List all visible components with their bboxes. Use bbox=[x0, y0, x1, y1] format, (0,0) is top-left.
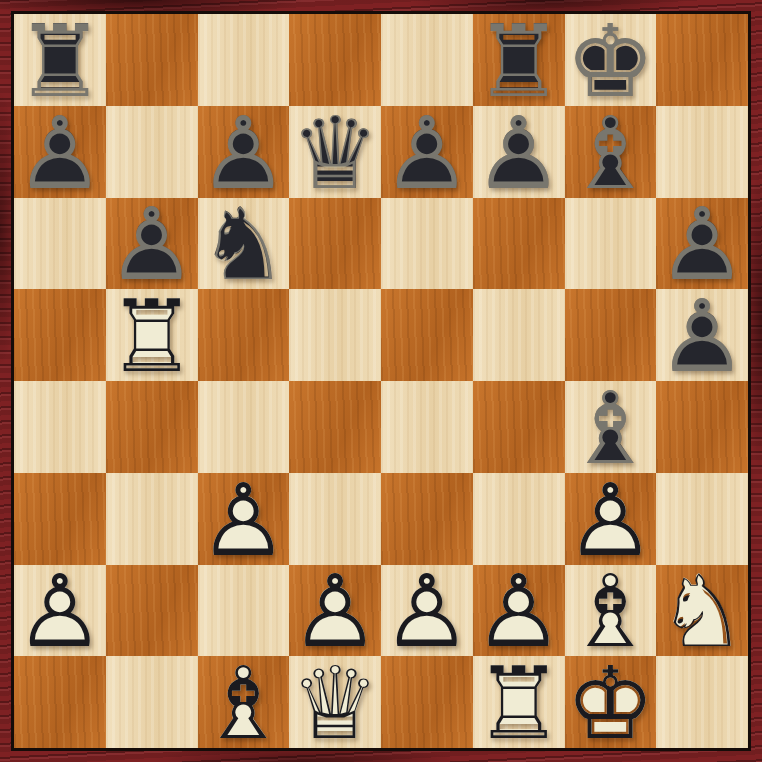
square-a3[interactable] bbox=[14, 473, 106, 565]
white-knight-detail-glyph: ♘ bbox=[656, 567, 748, 659]
square-d5[interactable] bbox=[289, 289, 381, 381]
white-rook-detail-glyph: ♖ bbox=[106, 291, 198, 383]
square-c2[interactable] bbox=[198, 565, 290, 657]
square-h3[interactable] bbox=[656, 473, 748, 565]
white-bishop[interactable]: ♝♗ bbox=[565, 565, 657, 657]
white-pawn[interactable]: ♟♙ bbox=[289, 565, 381, 657]
square-e8[interactable] bbox=[381, 14, 473, 106]
black-king[interactable]: ♚♔ bbox=[565, 14, 657, 106]
square-c4[interactable] bbox=[198, 381, 290, 473]
square-e6[interactable] bbox=[381, 198, 473, 290]
square-a4[interactable] bbox=[14, 381, 106, 473]
square-g5[interactable] bbox=[565, 289, 657, 381]
black-knight[interactable]: ♞♘ bbox=[198, 198, 290, 290]
square-e3[interactable] bbox=[381, 473, 473, 565]
square-f5[interactable] bbox=[473, 289, 565, 381]
black-knight-detail-glyph: ♘ bbox=[198, 200, 290, 292]
white-queen[interactable]: ♛♕ bbox=[289, 656, 381, 748]
black-rook[interactable]: ♜♖ bbox=[14, 14, 106, 106]
black-queen-detail-glyph: ♕ bbox=[289, 108, 381, 200]
white-bishop[interactable]: ♝♗ bbox=[198, 656, 290, 748]
square-f6[interactable] bbox=[473, 198, 565, 290]
square-h2[interactable]: ♞♘ bbox=[656, 565, 748, 657]
white-bishop-detail-glyph: ♗ bbox=[198, 658, 290, 750]
square-c3[interactable]: ♟♙ bbox=[198, 473, 290, 565]
square-b4[interactable] bbox=[106, 381, 198, 473]
square-b6[interactable]: ♟♙ bbox=[106, 198, 198, 290]
square-h7[interactable] bbox=[656, 106, 748, 198]
square-d2[interactable]: ♟♙ bbox=[289, 565, 381, 657]
white-king-detail-glyph: ♔ bbox=[565, 658, 657, 750]
square-e5[interactable] bbox=[381, 289, 473, 381]
square-d3[interactable] bbox=[289, 473, 381, 565]
black-bishop-detail-glyph: ♗ bbox=[565, 108, 657, 200]
white-pawn[interactable]: ♟♙ bbox=[14, 565, 106, 657]
white-rook-detail-glyph: ♖ bbox=[473, 658, 565, 750]
white-king[interactable]: ♚♔ bbox=[565, 656, 657, 748]
black-pawn-detail-glyph: ♙ bbox=[473, 108, 565, 200]
square-c5[interactable] bbox=[198, 289, 290, 381]
square-b5[interactable]: ♜♖ bbox=[106, 289, 198, 381]
black-pawn[interactable]: ♟♙ bbox=[656, 289, 748, 381]
black-pawn[interactable]: ♟♙ bbox=[198, 106, 290, 198]
square-d1[interactable]: ♛♕ bbox=[289, 656, 381, 748]
square-b1[interactable] bbox=[106, 656, 198, 748]
square-c8[interactable] bbox=[198, 14, 290, 106]
square-e2[interactable]: ♟♙ bbox=[381, 565, 473, 657]
square-e7[interactable]: ♟♙ bbox=[381, 106, 473, 198]
square-f4[interactable] bbox=[473, 381, 565, 473]
black-pawn[interactable]: ♟♙ bbox=[381, 106, 473, 198]
black-rook[interactable]: ♜♖ bbox=[473, 14, 565, 106]
square-h6[interactable]: ♟♙ bbox=[656, 198, 748, 290]
white-knight[interactable]: ♞♘ bbox=[656, 565, 748, 657]
square-h5[interactable]: ♟♙ bbox=[656, 289, 748, 381]
square-g4[interactable]: ♝♗ bbox=[565, 381, 657, 473]
black-pawn[interactable]: ♟♙ bbox=[656, 198, 748, 290]
square-g8[interactable]: ♚♔ bbox=[565, 14, 657, 106]
black-pawn-detail-glyph: ♙ bbox=[381, 108, 473, 200]
black-bishop[interactable]: ♝♗ bbox=[565, 381, 657, 473]
square-d7[interactable]: ♛♕ bbox=[289, 106, 381, 198]
square-f7[interactable]: ♟♙ bbox=[473, 106, 565, 198]
black-pawn-detail-glyph: ♙ bbox=[656, 291, 748, 383]
white-rook[interactable]: ♜♖ bbox=[473, 656, 565, 748]
white-pawn-detail-glyph: ♙ bbox=[198, 475, 290, 567]
square-f8[interactable]: ♜♖ bbox=[473, 14, 565, 106]
black-pawn-detail-glyph: ♙ bbox=[14, 108, 106, 200]
black-pawn[interactable]: ♟♙ bbox=[473, 106, 565, 198]
white-pawn[interactable]: ♟♙ bbox=[473, 565, 565, 657]
white-pawn-detail-glyph: ♙ bbox=[14, 567, 106, 659]
square-a2[interactable]: ♟♙ bbox=[14, 565, 106, 657]
square-g6[interactable] bbox=[565, 198, 657, 290]
square-a1[interactable] bbox=[14, 656, 106, 748]
white-pawn[interactable]: ♟♙ bbox=[198, 473, 290, 565]
square-b7[interactable] bbox=[106, 106, 198, 198]
square-e1[interactable] bbox=[381, 656, 473, 748]
board-border: ♜♖♜♖♚♔♟♙♟♙♛♕♟♙♟♙♝♗♟♙♞♘♟♙♜♖♟♙♝♗♟♙♟♙♟♙♟♙♟♙… bbox=[11, 11, 751, 751]
square-g3[interactable]: ♟♙ bbox=[565, 473, 657, 565]
square-c7[interactable]: ♟♙ bbox=[198, 106, 290, 198]
square-h8[interactable] bbox=[656, 14, 748, 106]
square-b8[interactable] bbox=[106, 14, 198, 106]
square-c1[interactable]: ♝♗ bbox=[198, 656, 290, 748]
white-pawn[interactable]: ♟♙ bbox=[565, 473, 657, 565]
square-a7[interactable]: ♟♙ bbox=[14, 106, 106, 198]
white-rook[interactable]: ♜♖ bbox=[106, 289, 198, 381]
chess-board-frame: ♜♖♜♖♚♔♟♙♟♙♛♕♟♙♟♙♝♗♟♙♞♘♟♙♜♖♟♙♝♗♟♙♟♙♟♙♟♙♟♙… bbox=[0, 0, 762, 762]
white-pawn[interactable]: ♟♙ bbox=[381, 565, 473, 657]
chess-board[interactable]: ♜♖♜♖♚♔♟♙♟♙♛♕♟♙♟♙♝♗♟♙♞♘♟♙♜♖♟♙♝♗♟♙♟♙♟♙♟♙♟♙… bbox=[14, 14, 748, 748]
square-a5[interactable] bbox=[14, 289, 106, 381]
black-pawn[interactable]: ♟♙ bbox=[14, 106, 106, 198]
square-b3[interactable] bbox=[106, 473, 198, 565]
square-b2[interactable] bbox=[106, 565, 198, 657]
square-d4[interactable] bbox=[289, 381, 381, 473]
black-pawn[interactable]: ♟♙ bbox=[106, 198, 198, 290]
square-a8[interactable]: ♜♖ bbox=[14, 14, 106, 106]
square-f1[interactable]: ♜♖ bbox=[473, 656, 565, 748]
white-queen-detail-glyph: ♕ bbox=[289, 658, 381, 750]
square-d6[interactable] bbox=[289, 198, 381, 290]
square-h4[interactable] bbox=[656, 381, 748, 473]
square-a6[interactable] bbox=[14, 198, 106, 290]
square-f3[interactable] bbox=[473, 473, 565, 565]
square-g1[interactable]: ♚♔ bbox=[565, 656, 657, 748]
black-queen[interactable]: ♛♕ bbox=[289, 106, 381, 198]
square-c6[interactable]: ♞♘ bbox=[198, 198, 290, 290]
square-d8[interactable] bbox=[289, 14, 381, 106]
white-pawn-detail-glyph: ♙ bbox=[381, 567, 473, 659]
square-f2[interactable]: ♟♙ bbox=[473, 565, 565, 657]
black-bishop[interactable]: ♝♗ bbox=[565, 106, 657, 198]
square-e4[interactable] bbox=[381, 381, 473, 473]
square-g2[interactable]: ♝♗ bbox=[565, 565, 657, 657]
square-h1[interactable] bbox=[656, 656, 748, 748]
square-g7[interactable]: ♝♗ bbox=[565, 106, 657, 198]
